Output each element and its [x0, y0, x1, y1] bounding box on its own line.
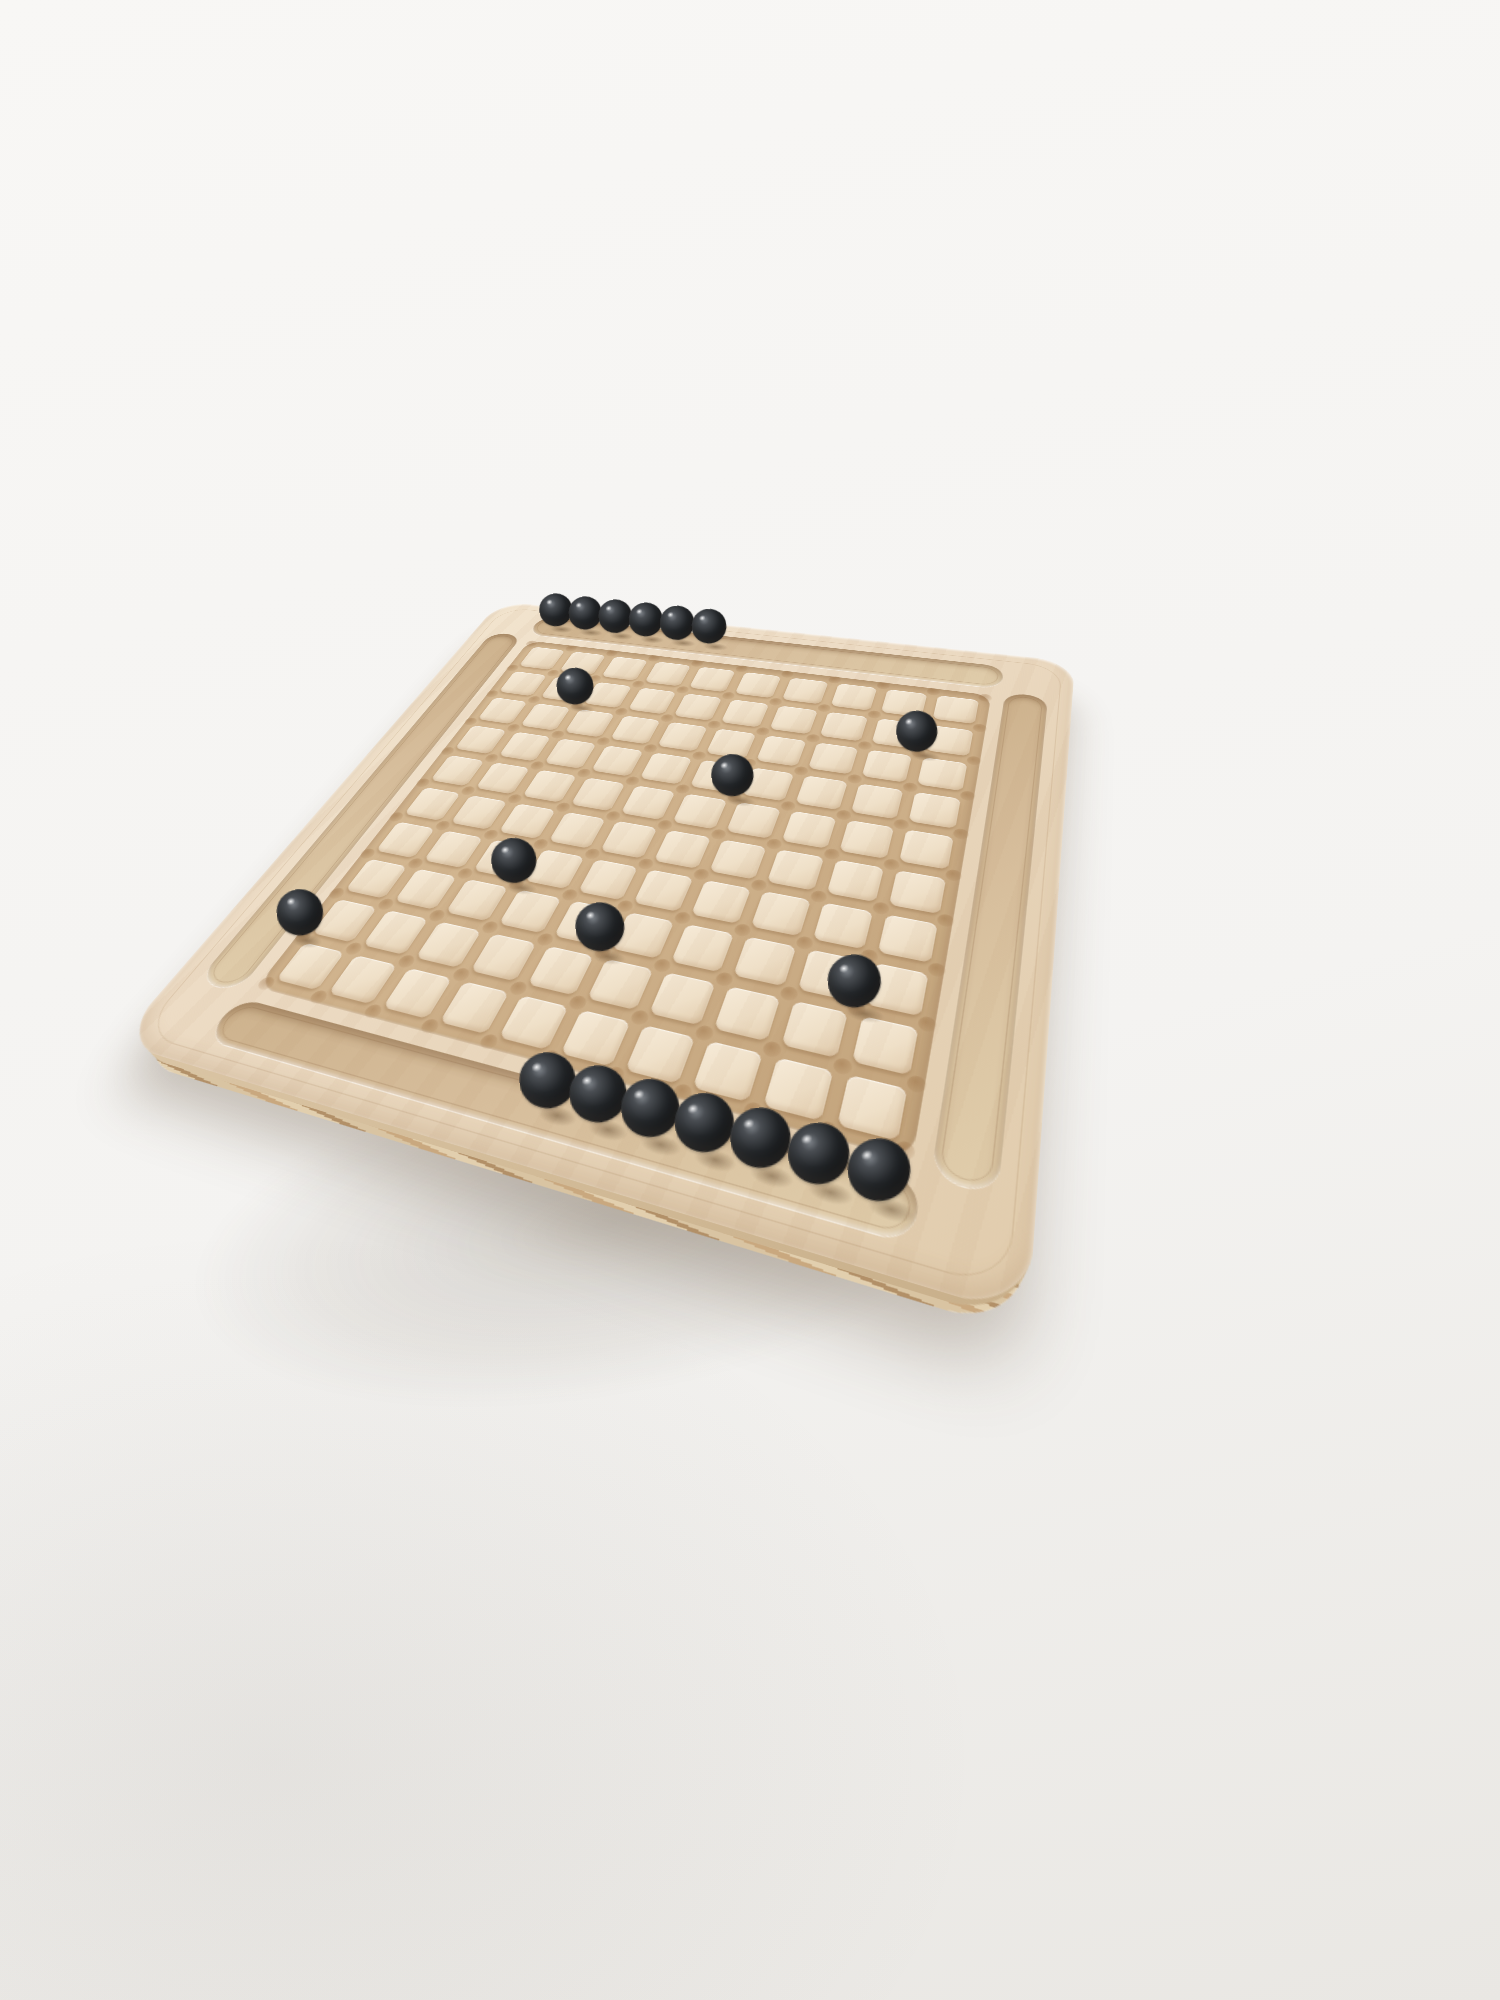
board-square — [404, 787, 460, 821]
marble — [516, 1049, 579, 1112]
board-square — [499, 732, 551, 762]
board-square — [522, 770, 576, 803]
board-square — [820, 712, 868, 741]
board-square — [706, 729, 756, 759]
board-square — [621, 785, 676, 820]
marble — [671, 1090, 737, 1156]
board-square — [519, 647, 565, 670]
board-square — [451, 795, 508, 830]
board-square — [674, 693, 722, 720]
marble — [274, 886, 326, 938]
board-square — [520, 703, 570, 730]
marble — [573, 899, 627, 953]
board-square — [544, 738, 596, 768]
board-square — [376, 822, 435, 859]
marble — [566, 1062, 630, 1126]
board-square — [571, 777, 625, 811]
board-square — [565, 709, 615, 737]
board-square — [476, 762, 530, 794]
lattice-dimple[interactable] — [966, 755, 982, 765]
board-square — [925, 725, 973, 756]
board-square — [541, 677, 589, 702]
lattice-dimple[interactable] — [972, 723, 987, 733]
board-square — [499, 803, 556, 839]
board-square — [770, 706, 818, 735]
board-square — [831, 683, 877, 710]
board-square — [933, 695, 979, 724]
board-square — [591, 745, 643, 776]
board-square — [872, 718, 920, 748]
board-square — [610, 716, 660, 745]
board-square — [881, 689, 927, 717]
board-square — [640, 753, 692, 785]
photo-backdrop — [0, 0, 1500, 2000]
board-square — [645, 662, 691, 687]
marble — [825, 951, 884, 1010]
board-square — [628, 688, 676, 715]
board-square — [756, 735, 806, 766]
board-square — [862, 750, 912, 783]
board-square — [602, 656, 648, 680]
board-square — [689, 667, 735, 692]
board-square — [478, 697, 528, 724]
board-square — [721, 699, 769, 727]
board-square — [499, 671, 547, 696]
board-square — [917, 757, 967, 791]
board-square — [584, 682, 632, 708]
board-square — [782, 678, 828, 705]
board-square — [735, 672, 781, 698]
board-square — [690, 760, 742, 793]
board-square — [560, 652, 606, 676]
board-square — [455, 725, 507, 754]
board-scene — [253, 413, 1078, 1238]
board-square — [657, 722, 707, 751]
board-square — [808, 742, 858, 774]
marble — [618, 1076, 683, 1141]
board-square — [430, 755, 484, 786]
board-square — [742, 768, 794, 802]
